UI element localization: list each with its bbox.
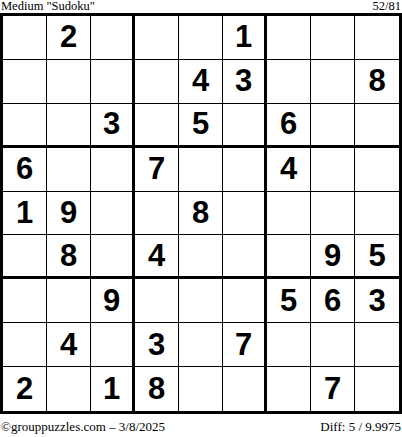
empty-cell-r6c7[interactable] — [267, 235, 311, 279]
given-cell-r5c1: 1 — [3, 192, 47, 236]
empty-cell-r7c1[interactable] — [3, 279, 47, 323]
empty-cell-r8c5[interactable] — [179, 323, 223, 367]
empty-cell-r9c6[interactable] — [223, 367, 267, 411]
given-cell-r2c5: 4 — [179, 60, 223, 104]
empty-cell-r3c2[interactable] — [47, 104, 91, 148]
sudoku-page: Medium "Sudoku" 52/81 214383566741988495… — [0, 0, 402, 437]
given-cell-r9c4: 8 — [135, 367, 179, 411]
given-cell-r1c2: 2 — [47, 16, 91, 60]
empty-cell-r3c4[interactable] — [135, 104, 179, 148]
empty-cell-r6c1[interactable] — [3, 235, 47, 279]
given-cell-r7c3: 9 — [91, 279, 135, 323]
empty-cell-r2c3[interactable] — [91, 60, 135, 104]
empty-cell-r7c6[interactable] — [223, 279, 267, 323]
empty-cell-r5c7[interactable] — [267, 192, 311, 236]
empty-cell-r1c4[interactable] — [135, 16, 179, 60]
empty-cell-r8c9[interactable] — [355, 323, 399, 367]
footer: ©grouppuzzles.com – 3/8/2025 Diff: 5 / 9… — [0, 420, 402, 434]
sudoku-board: 21438356674198849595634372187 — [0, 13, 402, 414]
empty-cell-r9c9[interactable] — [355, 367, 399, 411]
given-cell-r1c6: 1 — [223, 16, 267, 60]
given-cell-r6c8: 9 — [311, 235, 355, 279]
copyright-text: ©grouppuzzles.com – 3/8/2025 — [1, 420, 165, 434]
given-cell-r2c6: 3 — [223, 60, 267, 104]
empty-cell-r6c6[interactable] — [223, 235, 267, 279]
empty-cell-r5c3[interactable] — [91, 192, 135, 236]
empty-cell-r4c6[interactable] — [223, 148, 267, 192]
given-cell-r6c4: 4 — [135, 235, 179, 279]
empty-cells-counter: 52/81 — [373, 0, 401, 13]
empty-cell-r5c6[interactable] — [223, 192, 267, 236]
given-cell-r3c5: 5 — [179, 104, 223, 148]
empty-cell-r3c8[interactable] — [311, 104, 355, 148]
empty-cell-r1c5[interactable] — [179, 16, 223, 60]
empty-cell-r6c5[interactable] — [179, 235, 223, 279]
empty-cell-r5c8[interactable] — [311, 192, 355, 236]
puzzle-title: Medium "Sudoku" — [1, 0, 95, 13]
empty-cell-r9c2[interactable] — [47, 367, 91, 411]
empty-cell-r6c3[interactable] — [91, 235, 135, 279]
empty-cell-r8c1[interactable] — [3, 323, 47, 367]
empty-cell-r2c1[interactable] — [3, 60, 47, 104]
empty-cell-r2c7[interactable] — [267, 60, 311, 104]
empty-cell-r4c9[interactable] — [355, 148, 399, 192]
empty-cell-r1c1[interactable] — [3, 16, 47, 60]
empty-cell-r1c8[interactable] — [311, 16, 355, 60]
empty-cell-r3c1[interactable] — [3, 104, 47, 148]
empty-cell-r8c3[interactable] — [91, 323, 135, 367]
given-cell-r4c1: 6 — [3, 148, 47, 192]
empty-cell-r9c5[interactable] — [179, 367, 223, 411]
given-cell-r3c7: 6 — [267, 104, 311, 148]
empty-cell-r1c7[interactable] — [267, 16, 311, 60]
given-cell-r8c2: 4 — [47, 323, 91, 367]
empty-cell-r8c8[interactable] — [311, 323, 355, 367]
empty-cell-r7c5[interactable] — [179, 279, 223, 323]
given-cell-r9c8: 7 — [311, 367, 355, 411]
given-cell-r9c1: 2 — [3, 367, 47, 411]
empty-cell-r7c2[interactable] — [47, 279, 91, 323]
empty-cell-r4c8[interactable] — [311, 148, 355, 192]
given-cell-r3c3: 3 — [91, 104, 135, 148]
given-cell-r5c5: 8 — [179, 192, 223, 236]
empty-cell-r2c2[interactable] — [47, 60, 91, 104]
empty-cell-r5c4[interactable] — [135, 192, 179, 236]
given-cell-r8c6: 7 — [223, 323, 267, 367]
given-cell-r6c2: 8 — [47, 235, 91, 279]
empty-cell-r3c9[interactable] — [355, 104, 399, 148]
empty-cell-r4c5[interactable] — [179, 148, 223, 192]
difficulty-text: Diff: 5 / 9.9975 — [320, 420, 401, 434]
empty-cell-r8c7[interactable] — [267, 323, 311, 367]
given-cell-r8c4: 3 — [135, 323, 179, 367]
given-cell-r7c7: 5 — [267, 279, 311, 323]
empty-cell-r7c4[interactable] — [135, 279, 179, 323]
empty-cell-r5c9[interactable] — [355, 192, 399, 236]
empty-cell-r4c2[interactable] — [47, 148, 91, 192]
given-cell-r9c3: 1 — [91, 367, 135, 411]
empty-cell-r9c7[interactable] — [267, 367, 311, 411]
empty-cell-r1c3[interactable] — [91, 16, 135, 60]
given-cell-r2c9: 8 — [355, 60, 399, 104]
given-cell-r6c9: 5 — [355, 235, 399, 279]
given-cell-r5c2: 9 — [47, 192, 91, 236]
empty-cell-r2c4[interactable] — [135, 60, 179, 104]
given-cell-r7c9: 3 — [355, 279, 399, 323]
given-cell-r4c4: 7 — [135, 148, 179, 192]
empty-cell-r1c9[interactable] — [355, 16, 399, 60]
empty-cell-r3c6[interactable] — [223, 104, 267, 148]
empty-cell-r4c3[interactable] — [91, 148, 135, 192]
given-cell-r4c7: 4 — [267, 148, 311, 192]
empty-cell-r2c8[interactable] — [311, 60, 355, 104]
given-cell-r7c8: 6 — [311, 279, 355, 323]
header: Medium "Sudoku" 52/81 — [0, 0, 402, 13]
